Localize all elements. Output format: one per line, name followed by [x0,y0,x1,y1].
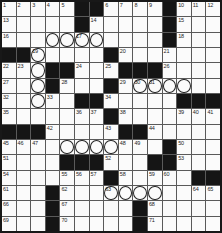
cell-r5c1[interactable]: 22 [2,63,16,77]
cell-r11c3[interactable] [31,155,45,169]
clue-number: 24 [76,63,82,69]
cell-r2c9[interactable] [119,17,133,31]
cell-r8c10[interactable] [133,109,147,123]
cell-r12c9[interactable]: 58 [119,171,133,185]
black-cell-r7c14 [192,94,206,108]
cell-r6c11[interactable]: 31 [148,79,162,93]
cell-r1c15[interactable]: 12 [206,2,220,16]
cell-r14c14[interactable] [192,201,206,215]
black-cell-r11c5 [60,155,74,169]
cell-r6c9[interactable]: 29 [119,79,133,93]
cell-r1c13[interactable]: 10 [177,2,191,16]
cell-r5c7[interactable] [90,63,104,77]
black-cell-r9c1 [2,125,16,139]
clue-number: 16 [3,33,9,39]
clue-number: 11 [193,2,198,8]
circle-marker [46,33,60,47]
cell-r6c6[interactable] [75,79,89,93]
cell-r1c11[interactable]: 9 [148,2,162,16]
black-cell-r4c8 [104,48,118,62]
cell-r8c12[interactable] [163,109,177,123]
black-cell-r12c15 [206,171,220,185]
cell-r6c5[interactable]: 28 [60,79,74,93]
cell-r15c14[interactable] [192,217,206,231]
clue-number: 27 [3,79,9,85]
cell-r9c11[interactable]: 44 [148,125,162,139]
cell-r13c14[interactable]: 64 [192,186,206,200]
black-cell-r12c14 [192,171,206,185]
circle-marker [133,186,147,200]
cell-r5c12[interactable]: 26 [163,63,177,77]
clue-number: 37 [91,109,97,115]
clue-number: 28 [61,79,67,85]
black-cell-r9c9 [119,125,133,139]
cell-r8c2[interactable] [17,109,31,123]
cell-r7c5[interactable] [60,94,74,108]
clue-number: 52 [105,155,111,161]
clue-number: 45 [3,140,9,146]
black-cell-r1c7 [90,2,104,16]
clue-number: 34 [105,94,111,100]
clue-number: 41 [207,109,213,115]
cell-r3c13[interactable]: 18 [177,33,191,47]
cell-r11c13[interactable]: 53 [177,155,191,169]
circle-marker [75,140,89,154]
cell-r13c5[interactable]: 62 [60,186,74,200]
cell-r15c12[interactable] [163,217,177,231]
circle-marker [31,63,45,77]
circle-marker [60,140,74,154]
cell-r7c11[interactable] [148,94,162,108]
cell-r11c15[interactable] [206,155,220,169]
clue-number: 44 [149,125,155,131]
black-cell-r8c8 [104,109,118,123]
clue-number: 3 [32,2,35,8]
cell-r12c13[interactable] [177,171,191,185]
clue-number: 10 [178,2,184,8]
cell-r3c4[interactable] [46,33,60,47]
cell-r5c2[interactable]: 23 [17,63,31,77]
cell-r3c2[interactable] [17,33,31,47]
cell-r10c6[interactable] [75,140,89,154]
cell-r6c15[interactable] [206,79,220,93]
black-cell-r15c10 [133,217,147,231]
cell-r4c10[interactable] [133,48,147,62]
cell-r8c1[interactable]: 35 [2,109,16,123]
cell-r14c13[interactable] [177,201,191,215]
black-cell-r14c10 [133,201,147,215]
clue-number: 6 [105,2,108,8]
black-cell-r9c2 [17,125,31,139]
cell-r11c1[interactable]: 51 [2,155,16,169]
cell-r1c1[interactable]: 1 [2,2,16,16]
cell-r4c7[interactable] [90,48,104,62]
cell-r15c3[interactable] [31,217,45,231]
clue-number: 4 [47,2,50,8]
black-cell-r13c4 [46,186,60,200]
cell-r11c10[interactable] [133,155,147,169]
cell-r6c13[interactable] [177,79,191,93]
cell-r15c2[interactable] [17,217,31,231]
cell-r2c13[interactable]: 15 [177,17,191,31]
cell-r14c6[interactable] [75,201,89,215]
clue-number: 42 [47,125,53,131]
cell-r8c11[interactable] [148,109,162,123]
cell-r9c12[interactable] [163,125,177,139]
cell-r13c10[interactable] [133,186,147,200]
cell-r2c3[interactable] [31,17,45,31]
clue-number: 69 [3,217,9,223]
cell-r7c3[interactable] [31,94,45,108]
cell-r7c10[interactable] [133,94,147,108]
black-cell-r7c13 [177,94,191,108]
black-cell-r7c7 [90,94,104,108]
cell-r10c1[interactable]: 45 [2,140,16,154]
black-cell-r2c6 [75,17,89,31]
cell-r6c1[interactable]: 27 [2,79,16,93]
circle-marker [60,33,74,47]
cell-r12c11[interactable]: 59 [148,171,162,185]
cell-r14c5[interactable]: 67 [60,201,74,215]
cell-r5c13[interactable] [177,63,191,77]
cell-r10c14[interactable] [192,140,206,154]
cell-r11c2[interactable] [17,155,31,169]
cell-r4c14[interactable] [192,48,206,62]
black-cell-r11c6 [75,155,89,169]
cell-r12c6[interactable]: 56 [75,171,89,185]
cell-r15c8[interactable] [104,217,118,231]
cell-r7c12[interactable] [163,94,177,108]
clue-number: 65 [207,186,213,192]
black-cell-r5c9 [119,63,133,77]
cell-r13c2[interactable] [17,186,31,200]
clue-number: 9 [149,2,152,8]
cell-r13c9[interactable] [119,186,133,200]
cell-r6c7[interactable] [90,79,104,93]
black-cell-r4c2 [17,48,31,62]
cell-r6c14[interactable] [192,79,206,93]
cell-r2c1[interactable]: 13 [2,17,16,31]
cell-r2c15[interactable] [206,17,220,31]
circle-marker [177,79,191,93]
cell-r15c5[interactable]: 70 [60,217,74,231]
cell-r15c1[interactable]: 69 [2,217,16,231]
cell-r1c8[interactable]: 6 [104,2,118,16]
black-cell-r1c12 [163,2,177,16]
cell-r7c9[interactable] [119,94,133,108]
cell-r6c2[interactable] [17,79,31,93]
cell-r5c14[interactable] [192,63,206,77]
cell-r10c8[interactable] [104,140,118,154]
circle-marker [90,33,104,47]
cell-r3c8[interactable] [104,33,118,47]
cell-r10c3[interactable]: 47 [31,140,45,154]
cell-r10c7[interactable] [90,140,104,154]
cell-r12c10[interactable] [133,171,147,185]
black-cell-r2c12 [163,17,177,31]
cell-r13c6[interactable] [75,186,89,200]
black-cell-r11c11 [148,155,162,169]
cell-r12c5[interactable]: 55 [60,171,74,185]
cell-r15c7[interactable] [90,217,104,231]
cell-r3c15[interactable] [206,33,220,47]
cell-r10c4[interactable] [46,140,60,154]
clue-number: 8 [134,2,137,8]
cell-r14c7[interactable] [90,201,104,215]
black-cell-r12c8 [104,171,118,185]
cell-r13c12[interactable] [163,186,177,200]
cell-r15c9[interactable] [119,217,133,231]
cell-r3c5[interactable] [60,33,74,47]
cell-r2c14[interactable] [192,17,206,31]
cell-r10c15[interactable] [206,140,220,154]
cell-r4c5[interactable] [60,48,74,62]
cell-r1c2[interactable]: 2 [17,2,31,16]
cell-r14c11[interactable]: 68 [148,201,162,215]
cell-r10c5[interactable] [60,140,74,154]
cell-r14c3[interactable] [31,201,45,215]
clue-number: 49 [134,140,140,146]
clue-number: 19 [32,48,38,54]
clue-number: 14 [91,17,97,23]
cell-r2c8[interactable] [104,17,118,31]
cell-r12c2[interactable] [17,171,31,185]
cell-r15c6[interactable] [75,217,89,231]
black-cell-r7c15 [206,94,220,108]
cell-r3c14[interactable] [192,33,206,47]
clue-number: 48 [120,140,126,146]
cell-r8c15[interactable]: 41 [206,109,220,123]
cell-r13c11[interactable] [148,186,162,200]
black-cell-r10c12 [163,140,177,154]
cell-r11c4[interactable] [46,155,60,169]
cell-r12c4[interactable] [46,171,60,185]
cell-r5c6[interactable]: 24 [75,63,89,77]
black-cell-r9c3 [31,125,45,139]
cell-r1c4[interactable]: 4 [46,2,60,16]
cell-r9c6[interactable] [75,125,89,139]
cell-r4c3[interactable]: 19 [31,48,45,62]
cell-r10c9[interactable]: 48 [119,140,133,154]
cell-r7c4[interactable]: 33 [46,94,60,108]
clue-number: 70 [61,217,67,223]
cell-r13c3[interactable] [31,186,45,200]
cell-r4c6[interactable] [75,48,89,62]
clue-number: 12 [207,2,213,8]
cell-r8c5[interactable] [60,109,74,123]
cell-r8c4[interactable] [46,109,60,123]
cell-r2c10[interactable] [133,17,147,31]
circle-marker [90,140,104,154]
cell-r8c3[interactable] [31,109,45,123]
cell-r10c11[interactable] [148,140,162,154]
clue-number: 33 [47,94,53,100]
clue-number: 13 [3,17,9,23]
cell-r10c10[interactable]: 49 [133,140,147,154]
cell-r9c4[interactable]: 42 [46,125,60,139]
cell-r1c14[interactable]: 11 [192,2,206,16]
cell-r14c15[interactable] [206,201,220,215]
cell-r5c3[interactable] [31,63,45,77]
cell-r4c11[interactable] [148,48,162,62]
crossword-grid: 1234567891011121314151617181920212223242… [0,0,222,233]
cell-r8c6[interactable]: 36 [75,109,89,123]
black-cell-r15c4 [46,217,60,231]
clue-number: 21 [164,48,170,54]
clue-number: 25 [105,63,111,69]
clue-number: 51 [3,155,9,161]
circle-marker [163,79,177,93]
cell-r10c2[interactable]: 46 [17,140,31,154]
cell-r4c13[interactable] [177,48,191,62]
cell-r3c7[interactable] [90,33,104,47]
clue-number: 57 [91,171,97,177]
clue-number: 29 [120,79,126,85]
cell-r1c9[interactable]: 7 [119,2,133,16]
clue-number: 66 [3,201,9,207]
cell-r11c14[interactable] [192,155,206,169]
clue-number: 18 [178,33,184,39]
cell-r2c7[interactable]: 14 [90,17,104,31]
circle-marker [148,186,162,200]
clue-number: 59 [149,171,155,177]
cell-r8c13[interactable]: 39 [177,109,191,123]
black-cell-r1c6 [75,2,89,16]
clue-number: 15 [178,17,184,23]
clue-number: 22 [3,63,9,69]
clue-number: 60 [164,171,170,177]
cell-r5c8[interactable]: 25 [104,63,118,77]
cell-r14c8[interactable] [104,201,118,215]
cell-r13c8[interactable]: 63 [104,186,118,200]
clue-number: 2 [18,2,21,8]
cell-r1c5[interactable]: 5 [60,2,74,16]
black-cell-r5c5 [60,63,74,77]
cell-r9c14[interactable] [192,125,206,139]
black-cell-r9c10 [133,125,147,139]
black-cell-r4c1 [2,48,16,62]
circle-marker [31,79,45,93]
cell-r15c13[interactable] [177,217,191,231]
clue-number: 46 [18,140,24,146]
cell-r11c8[interactable]: 52 [104,155,118,169]
clue-number: 58 [120,171,126,177]
cell-r6c10[interactable]: 30 [133,79,147,93]
clue-number: 26 [164,63,170,69]
cell-r14c1[interactable]: 66 [2,201,16,215]
circle-marker [119,186,133,200]
cell-r3c10[interactable] [133,33,147,47]
cell-r13c7[interactable] [90,186,104,200]
cell-r13c13[interactable] [177,186,191,200]
cell-r4c12[interactable]: 21 [163,48,177,62]
cell-r4c9[interactable]: 20 [119,48,133,62]
cell-r14c9[interactable] [119,201,133,215]
cell-r4c4[interactable] [46,48,60,62]
clue-number: 36 [76,109,82,115]
cell-r8c9[interactable]: 38 [119,109,133,123]
clue-number: 5 [61,2,64,8]
circle-marker [31,94,45,108]
cell-r9c15[interactable] [206,125,220,139]
clue-number: 35 [3,109,9,115]
clue-number: 68 [149,201,155,207]
black-cell-r5c11 [148,63,162,77]
cell-r8c7[interactable]: 37 [90,109,104,123]
clue-number: 56 [76,171,82,177]
clue-number: 30 [134,79,140,85]
cell-r12c12[interactable]: 60 [163,171,177,185]
clue-number: 62 [61,186,67,192]
clue-number: 61 [3,186,9,192]
cell-r11c9[interactable] [119,155,133,169]
circle-marker [104,140,118,154]
clue-number: 31 [149,79,155,85]
cell-r4c15[interactable] [206,48,220,62]
cell-r2c5[interactable] [60,17,74,31]
black-cell-r6c8 [104,79,118,93]
black-cell-r5c4 [46,63,60,77]
cell-r7c1[interactable]: 32 [2,94,16,108]
cell-r1c3[interactable]: 3 [31,2,45,16]
cell-r12c3[interactable] [31,171,45,185]
cell-r2c2[interactable] [17,17,31,31]
clue-number: 32 [3,94,9,100]
cell-r12c1[interactable]: 54 [2,171,16,185]
cell-r8c14[interactable]: 40 [192,109,206,123]
black-cell-r14c4 [46,201,60,215]
cell-r3c9[interactable] [119,33,133,47]
cell-r2c4[interactable] [46,17,60,31]
cell-r3c11[interactable] [148,33,162,47]
cell-r9c13[interactable] [177,125,191,139]
clue-number: 53 [178,155,184,161]
cell-r10c13[interactable]: 50 [177,140,191,154]
cell-r3c6[interactable]: 17 [75,33,89,47]
cell-r6c12[interactable] [163,79,177,93]
cell-r13c1[interactable]: 61 [2,186,16,200]
cell-r7c8[interactable]: 34 [104,94,118,108]
black-cell-r3c12 [163,33,177,47]
cell-r13c15[interactable]: 65 [206,186,220,200]
clue-number: 67 [61,201,67,207]
cell-r9c5[interactable] [60,125,74,139]
cell-r5c15[interactable] [206,63,220,77]
clue-number: 63 [105,186,111,192]
cell-r9c8[interactable]: 43 [104,125,118,139]
clue-number: 23 [18,63,24,69]
cell-r3c1[interactable]: 16 [2,33,16,47]
cell-r9c7[interactable] [90,125,104,139]
crossword-puzzle: 1234567891011121314151617181920212223242… [0,0,222,233]
cell-r12c7[interactable]: 57 [90,171,104,185]
black-cell-r7c6 [75,94,89,108]
cell-r2c11[interactable] [148,17,162,31]
cell-r15c15[interactable] [206,217,220,231]
cell-r6c3[interactable] [31,79,45,93]
black-cell-r6c4 [46,79,60,93]
clue-number: 47 [32,140,38,146]
cell-r14c12[interactable] [163,201,177,215]
cell-r7c2[interactable] [17,94,31,108]
cell-r15c11[interactable]: 71 [148,217,162,231]
clue-number: 50 [178,140,184,146]
cell-r3c3[interactable] [31,33,45,47]
clue-number: 54 [3,171,9,177]
cell-r14c2[interactable] [17,201,31,215]
clue-number: 55 [61,171,67,177]
cell-r1c10[interactable]: 8 [133,2,147,16]
